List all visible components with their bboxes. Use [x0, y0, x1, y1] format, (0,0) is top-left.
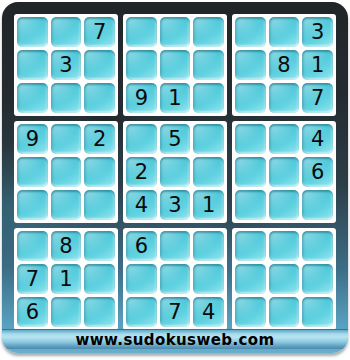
sudoku-cell-r2c5[interactable]	[160, 50, 191, 80]
sudoku-cell-r5c6[interactable]	[193, 157, 224, 187]
sudoku-cell-r8c4[interactable]	[126, 264, 157, 294]
sudoku-page: 739138179252431468716674 www.sudokusweb.…	[0, 0, 350, 360]
sudoku-cell-r7c4[interactable]: 6	[126, 231, 157, 261]
sudoku-cell-r7c2[interactable]: 8	[51, 231, 82, 261]
sudoku-cell-r2c6[interactable]	[193, 50, 224, 80]
sudoku-cell-r4c8[interactable]	[269, 124, 300, 154]
sudoku-cell-r4c5[interactable]: 5	[160, 124, 191, 154]
sudoku-cell-r6c6[interactable]: 1	[193, 190, 224, 220]
sudoku-cell-r5c8[interactable]	[269, 157, 300, 187]
sudoku-cell-r3c8[interactable]	[269, 83, 300, 113]
sudoku-cell-r8c3[interactable]	[84, 264, 115, 294]
sudoku-cell-r1c1[interactable]	[17, 17, 48, 47]
sudoku-box-1: 73	[14, 14, 118, 116]
sudoku-cell-r2c1[interactable]	[17, 50, 48, 80]
sudoku-cell-r4c4[interactable]	[126, 124, 157, 154]
sudoku-cell-r1c8[interactable]	[269, 17, 300, 47]
sudoku-cell-r5c9[interactable]: 6	[302, 157, 333, 187]
sudoku-cell-r3c1[interactable]	[17, 83, 48, 113]
sudoku-cell-r4c2[interactable]	[51, 124, 82, 154]
sudoku-cell-r9c7[interactable]	[235, 297, 266, 327]
sudoku-cell-r8c7[interactable]	[235, 264, 266, 294]
sudoku-cell-r4c7[interactable]	[235, 124, 266, 154]
sudoku-cell-r9c2[interactable]	[51, 297, 82, 327]
sudoku-cell-r9c3[interactable]	[84, 297, 115, 327]
sudoku-cell-r3c9[interactable]: 7	[302, 83, 333, 113]
sudoku-cell-r3c7[interactable]	[235, 83, 266, 113]
sudoku-cell-r6c9[interactable]	[302, 190, 333, 220]
sudoku-box-9	[232, 228, 336, 330]
sudoku-cell-r1c3[interactable]: 7	[84, 17, 115, 47]
sudoku-cell-r7c1[interactable]	[17, 231, 48, 261]
sudoku-cell-r9c4[interactable]	[126, 297, 157, 327]
sudoku-box-2: 91	[123, 14, 227, 116]
sudoku-cell-r3c6[interactable]	[193, 83, 224, 113]
sudoku-cell-r2c2[interactable]: 3	[51, 50, 82, 80]
sudoku-cell-r9c1[interactable]: 6	[17, 297, 48, 327]
sudoku-cell-r2c7[interactable]	[235, 50, 266, 80]
sudoku-cell-r2c3[interactable]	[84, 50, 115, 80]
sudoku-cell-r1c6[interactable]	[193, 17, 224, 47]
sudoku-box-7: 8716	[14, 228, 118, 330]
sudoku-cell-r4c6[interactable]	[193, 124, 224, 154]
footer-band: www.sudokusweb.com	[2, 329, 348, 349]
sudoku-cell-r7c8[interactable]	[269, 231, 300, 261]
sudoku-cell-r7c6[interactable]	[193, 231, 224, 261]
sudoku-cell-r4c1[interactable]: 9	[17, 124, 48, 154]
sudoku-cell-r8c5[interactable]	[160, 264, 191, 294]
sudoku-cell-r2c8[interactable]: 8	[269, 50, 300, 80]
sudoku-board: 739138179252431468716674	[14, 14, 336, 330]
sudoku-cell-r9c5[interactable]: 7	[160, 297, 191, 327]
sudoku-cell-r3c2[interactable]	[51, 83, 82, 113]
sudoku-cell-r7c7[interactable]	[235, 231, 266, 261]
sudoku-box-4: 92	[14, 121, 118, 223]
sudoku-cell-r3c5[interactable]: 1	[160, 83, 191, 113]
sudoku-frame: 739138179252431468716674 www.sudokusweb.…	[2, 2, 348, 353]
sudoku-cell-r5c3[interactable]	[84, 157, 115, 187]
sudoku-cell-r8c9[interactable]	[302, 264, 333, 294]
sudoku-cell-r5c7[interactable]	[235, 157, 266, 187]
sudoku-cell-r5c1[interactable]	[17, 157, 48, 187]
sudoku-cell-r7c5[interactable]	[160, 231, 191, 261]
sudoku-cell-r3c4[interactable]: 9	[126, 83, 157, 113]
site-link[interactable]: www.sudokusweb.com	[75, 331, 274, 349]
sudoku-cell-r3c3[interactable]	[84, 83, 115, 113]
sudoku-cell-r7c9[interactable]	[302, 231, 333, 261]
sudoku-cell-r1c2[interactable]	[51, 17, 82, 47]
sudoku-cell-r1c9[interactable]: 3	[302, 17, 333, 47]
sudoku-cell-r5c4[interactable]: 2	[126, 157, 157, 187]
sudoku-cell-r2c4[interactable]	[126, 50, 157, 80]
sudoku-cell-r9c8[interactable]	[269, 297, 300, 327]
sudoku-box-8: 674	[123, 228, 227, 330]
sudoku-cell-r8c1[interactable]: 7	[17, 264, 48, 294]
sudoku-cell-r5c2[interactable]	[51, 157, 82, 187]
sudoku-box-5: 52431	[123, 121, 227, 223]
sudoku-cell-r4c9[interactable]: 4	[302, 124, 333, 154]
sudoku-cell-r6c5[interactable]: 3	[160, 190, 191, 220]
sudoku-cell-r1c5[interactable]	[160, 17, 191, 47]
sudoku-cell-r5c5[interactable]	[160, 157, 191, 187]
sudoku-cell-r6c1[interactable]	[17, 190, 48, 220]
sudoku-cell-r9c9[interactable]	[302, 297, 333, 327]
sudoku-cell-r6c8[interactable]	[269, 190, 300, 220]
sudoku-cell-r7c3[interactable]	[84, 231, 115, 261]
sudoku-box-3: 3817	[232, 14, 336, 116]
sudoku-cell-r1c4[interactable]	[126, 17, 157, 47]
sudoku-cell-r9c6[interactable]: 4	[193, 297, 224, 327]
sudoku-cell-r4c3[interactable]: 2	[84, 124, 115, 154]
sudoku-cell-r8c6[interactable]	[193, 264, 224, 294]
sudoku-cell-r8c2[interactable]: 1	[51, 264, 82, 294]
sudoku-cell-r6c4[interactable]: 4	[126, 190, 157, 220]
sudoku-cell-r6c3[interactable]	[84, 190, 115, 220]
sudoku-cell-r6c7[interactable]	[235, 190, 266, 220]
sudoku-cell-r6c2[interactable]	[51, 190, 82, 220]
sudoku-cell-r1c7[interactable]	[235, 17, 266, 47]
sudoku-cell-r8c8[interactable]	[269, 264, 300, 294]
sudoku-cell-r2c9[interactable]: 1	[302, 50, 333, 80]
sudoku-box-6: 46	[232, 121, 336, 223]
